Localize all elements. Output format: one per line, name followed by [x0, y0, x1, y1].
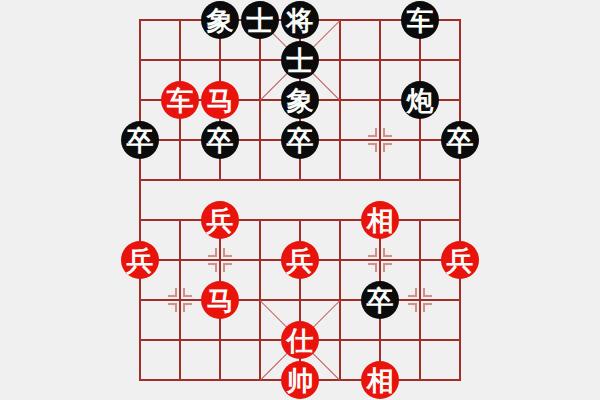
piece-black-advisor[interactable]: 士	[281, 41, 319, 79]
point-marker-6-6	[383, 263, 392, 272]
point-marker-7-7	[423, 288, 432, 297]
point-marker-7-7	[408, 303, 417, 312]
v-line-7-bottom	[419, 219, 421, 381]
piece-red-soldier[interactable]: 兵	[121, 241, 159, 279]
piece-black-general[interactable]: 将	[281, 1, 319, 39]
point-marker-6-3	[383, 128, 392, 137]
v-line-8	[459, 19, 461, 381]
point-marker-1-7	[168, 303, 177, 312]
piece-black-soldier[interactable]: 卒	[441, 121, 479, 159]
piece-red-elephant[interactable]: 相	[361, 201, 399, 239]
piece-black-elephant[interactable]: 象	[201, 1, 239, 39]
v-line-0	[139, 19, 141, 381]
piece-black-soldier[interactable]: 卒	[121, 121, 159, 159]
piece-black-advisor[interactable]: 士	[241, 1, 279, 39]
v-line-1-bottom	[179, 219, 181, 381]
point-marker-6-3	[383, 143, 392, 152]
piece-black-soldier[interactable]: 卒	[281, 121, 319, 159]
point-marker-1-7	[168, 288, 177, 297]
point-marker-6-6	[368, 263, 377, 272]
point-marker-1-7	[183, 288, 192, 297]
piece-red-horse[interactable]: 马	[201, 281, 239, 319]
piece-red-chariot[interactable]: 车	[161, 81, 199, 119]
piece-black-soldier[interactable]: 卒	[201, 121, 239, 159]
point-marker-7-7	[408, 288, 417, 297]
piece-red-general[interactable]: 帅	[281, 361, 319, 399]
piece-red-advisor[interactable]: 仕	[281, 321, 319, 359]
piece-black-cannon[interactable]: 炮	[401, 81, 439, 119]
point-marker-6-6	[368, 248, 377, 257]
piece-red-soldier[interactable]: 兵	[281, 241, 319, 279]
point-marker-6-3	[368, 143, 377, 152]
point-marker-2-6	[223, 263, 232, 272]
point-marker-6-6	[383, 248, 392, 257]
piece-black-chariot[interactable]: 车	[401, 1, 439, 39]
piece-black-soldier[interactable]: 卒	[361, 281, 399, 319]
point-marker-7-7	[423, 303, 432, 312]
piece-red-horse[interactable]: 马	[201, 81, 239, 119]
piece-red-elephant[interactable]: 相	[361, 361, 399, 399]
point-marker-2-6	[223, 248, 232, 257]
point-marker-6-3	[368, 128, 377, 137]
piece-black-elephant[interactable]: 象	[281, 81, 319, 119]
piece-red-soldier[interactable]: 兵	[441, 241, 479, 279]
v-line-6-top	[379, 19, 381, 181]
xiangqi-board[interactable]: 象士将车士象炮卒卒卒卒卒车马兵相兵兵兵马仕帅相	[0, 0, 600, 400]
point-marker-1-7	[183, 303, 192, 312]
piece-red-soldier[interactable]: 兵	[201, 201, 239, 239]
point-marker-2-6	[208, 248, 217, 257]
point-marker-2-6	[208, 263, 217, 272]
